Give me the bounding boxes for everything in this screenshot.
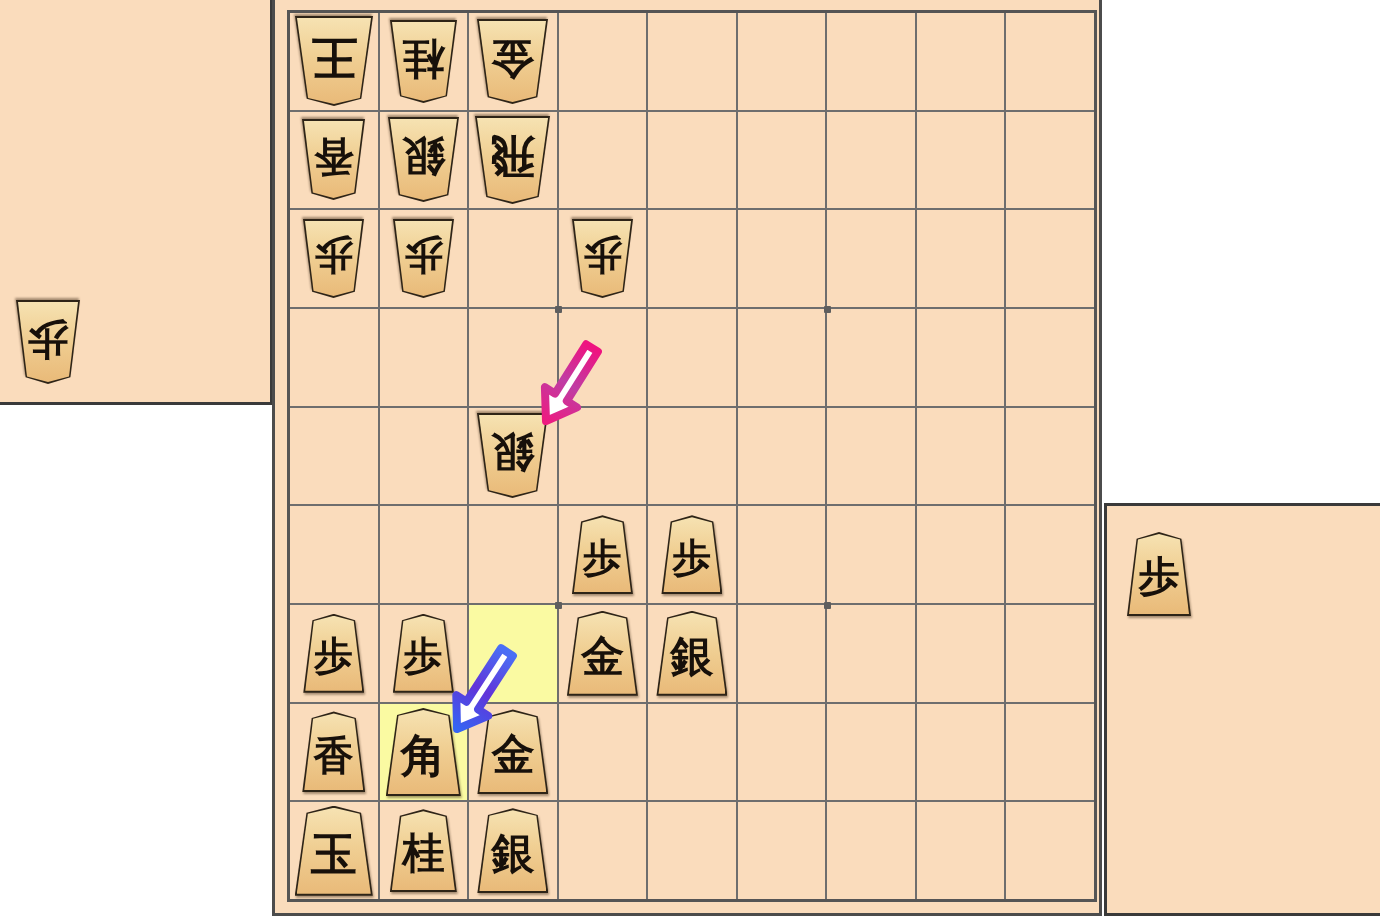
- square-4e[interactable]: [738, 408, 826, 505]
- square-7d[interactable]: [469, 309, 557, 406]
- piece-sente-pawn-5f[interactable]: 歩: [661, 515, 722, 594]
- square-1d[interactable]: [1006, 309, 1094, 406]
- square-8b[interactable]: 銀: [380, 112, 468, 209]
- piece-face: 桂: [392, 811, 455, 890]
- square-3h[interactable]: [827, 704, 915, 801]
- square-7h[interactable]: 金: [469, 704, 557, 801]
- square-4i[interactable]: [738, 802, 826, 899]
- piece-kanji: 歩: [583, 237, 622, 281]
- piece-kanji: 銀: [491, 431, 534, 480]
- piece-sente-pawn-9g[interactable]: 歩: [303, 614, 364, 693]
- piece-sente-gold-6g[interactable]: 金: [567, 611, 638, 696]
- piece-kanji: 金: [491, 727, 534, 776]
- piece-kanji: 角: [401, 726, 446, 777]
- square-1i[interactable]: [1006, 802, 1094, 899]
- piece-face: 歩: [1129, 534, 1189, 614]
- piece-face: 銀: [479, 810, 546, 891]
- piece-sente-gold-7h[interactable]: 金: [477, 709, 548, 794]
- square-2b[interactable]: [917, 112, 1005, 209]
- square-5f[interactable]: 歩: [648, 506, 736, 603]
- gote-hand-tray: 歩: [0, 0, 273, 405]
- square-3d[interactable]: [827, 309, 915, 406]
- piece-face: 歩: [395, 616, 452, 691]
- piece-face: 銀: [479, 415, 546, 496]
- square-2d[interactable]: [917, 309, 1005, 406]
- square-3a[interactable]: [827, 13, 915, 110]
- piece-face: 桂: [392, 22, 455, 101]
- piece-face: 王: [297, 18, 371, 104]
- hoshi-dot-3: [555, 602, 562, 609]
- piece-face: 玉: [297, 808, 371, 894]
- piece-gote-gold-7a[interactable]: 金: [477, 19, 548, 104]
- square-9d[interactable]: [290, 309, 378, 406]
- piece-face: 金: [479, 21, 546, 102]
- piece-kanji: 銀: [670, 629, 713, 678]
- square-2f[interactable]: [917, 506, 1005, 603]
- square-6b[interactable]: [559, 112, 647, 209]
- piece-gote-pawn-9c[interactable]: 歩: [303, 219, 364, 298]
- piece-gote-lance-9b[interactable]: 香: [302, 119, 365, 200]
- square-5g[interactable]: 銀: [648, 605, 736, 702]
- piece-face: 金: [479, 711, 546, 792]
- piece-sente-knight-8i[interactable]: 桂: [390, 809, 457, 892]
- square-1f[interactable]: [1006, 506, 1094, 603]
- piece-gote-king-9a[interactable]: 王: [295, 16, 373, 106]
- square-7i[interactable]: 銀: [469, 802, 557, 899]
- piece-face: 歩: [18, 302, 78, 382]
- piece-face: 香: [304, 121, 363, 198]
- piece-gote-pawn-8c[interactable]: 歩: [393, 219, 454, 298]
- piece-gote-knight-8a[interactable]: 桂: [390, 20, 457, 103]
- piece-kanji: 飛: [490, 134, 535, 185]
- piece-sente-silver-7i[interactable]: 銀: [477, 808, 548, 893]
- square-6e[interactable]: [559, 408, 647, 505]
- square-4f[interactable]: [738, 506, 826, 603]
- square-6c[interactable]: 歩: [559, 210, 647, 307]
- square-8a[interactable]: 桂: [380, 13, 468, 110]
- square-7b[interactable]: 飛: [469, 112, 557, 209]
- shogi-board-grid: 王桂金香銀飛歩歩歩銀歩歩歩歩金銀香角金玉桂銀: [287, 10, 1097, 902]
- shogi-board: 王桂金香銀飛歩歩歩銀歩歩歩歩金銀香角金玉桂銀: [272, 0, 1102, 916]
- piece-gote-rook-7b[interactable]: 飛: [475, 116, 550, 204]
- square-6f[interactable]: 歩: [559, 506, 647, 603]
- piece-kanji: 歩: [314, 631, 353, 675]
- piece-gote-silver-8b[interactable]: 銀: [388, 117, 459, 202]
- square-8i[interactable]: 桂: [380, 802, 468, 899]
- piece-face: 歩: [395, 221, 452, 296]
- piece-kanji: 歩: [404, 631, 443, 675]
- piece-sente-pawn-in-hand[interactable]: 歩: [1127, 532, 1191, 616]
- square-1c[interactable]: [1006, 210, 1094, 307]
- piece-gote-pawn-6c[interactable]: 歩: [572, 219, 633, 298]
- square-2c[interactable]: [917, 210, 1005, 307]
- piece-kanji: 銀: [491, 826, 534, 875]
- piece-kanji: 金: [581, 629, 624, 678]
- piece-sente-pawn-8g[interactable]: 歩: [393, 614, 454, 693]
- square-9b[interactable]: 香: [290, 112, 378, 209]
- square-9h[interactable]: 香: [290, 704, 378, 801]
- square-5a[interactable]: [648, 13, 736, 110]
- piece-kanji: 銀: [402, 135, 445, 184]
- square-9a[interactable]: 王: [290, 13, 378, 110]
- piece-face: 歩: [305, 221, 362, 296]
- square-6h[interactable]: [559, 704, 647, 801]
- piece-kanji: 歩: [314, 237, 353, 281]
- piece-gote-silver-7e[interactable]: 銀: [477, 413, 548, 498]
- square-6d[interactable]: [559, 309, 647, 406]
- piece-sente-bishop-8h[interactable]: 角: [386, 708, 461, 796]
- square-8f[interactable]: [380, 506, 468, 603]
- square-3c[interactable]: [827, 210, 915, 307]
- hoshi-dot-1: [555, 306, 562, 313]
- square-9c[interactable]: 歩: [290, 210, 378, 307]
- square-8d[interactable]: [380, 309, 468, 406]
- piece-kanji: 歩: [583, 533, 622, 577]
- square-5e[interactable]: [648, 408, 736, 505]
- square-2h[interactable]: [917, 704, 1005, 801]
- square-9i[interactable]: 玉: [290, 802, 378, 899]
- piece-face: 歩: [663, 517, 720, 592]
- piece-kanji: 歩: [28, 319, 69, 365]
- piece-kanji: 金: [491, 37, 534, 86]
- square-3e[interactable]: [827, 408, 915, 505]
- square-4g[interactable]: [738, 605, 826, 702]
- square-1a[interactable]: [1006, 13, 1094, 110]
- square-4c[interactable]: [738, 210, 826, 307]
- square-5d[interactable]: [648, 309, 736, 406]
- square-3g[interactable]: [827, 605, 915, 702]
- square-6g[interactable]: 金: [559, 605, 647, 702]
- square-2i[interactable]: [917, 802, 1005, 899]
- square-6a[interactable]: [559, 13, 647, 110]
- piece-sente-pawn-6f[interactable]: 歩: [572, 515, 633, 594]
- square-5b[interactable]: [648, 112, 736, 209]
- piece-kanji: 香: [314, 137, 354, 182]
- square-7e[interactable]: 銀: [469, 408, 557, 505]
- square-9g[interactable]: 歩: [290, 605, 378, 702]
- square-3f[interactable]: [827, 506, 915, 603]
- square-6i[interactable]: [559, 802, 647, 899]
- square-4a[interactable]: [738, 13, 826, 110]
- piece-kanji: 王: [311, 35, 357, 88]
- piece-face: 飛: [477, 118, 548, 202]
- piece-face: 銀: [390, 119, 457, 200]
- square-2a[interactable]: [917, 13, 1005, 110]
- square-7c[interactable]: [469, 210, 557, 307]
- piece-kanji: 歩: [672, 533, 711, 577]
- square-2e[interactable]: [917, 408, 1005, 505]
- square-8e[interactable]: [380, 408, 468, 505]
- square-1e[interactable]: [1006, 408, 1094, 505]
- hoshi-dot-2: [824, 306, 831, 313]
- square-1g[interactable]: [1006, 605, 1094, 702]
- piece-kanji: 桂: [402, 38, 444, 86]
- piece-face: 金: [569, 613, 636, 694]
- square-8c[interactable]: 歩: [380, 210, 468, 307]
- piece-kanji: 歩: [1139, 551, 1180, 597]
- square-8h[interactable]: 角: [380, 704, 468, 801]
- square-4d[interactable]: [738, 309, 826, 406]
- piece-sente-king-9i[interactable]: 玉: [295, 806, 373, 896]
- piece-kanji: 桂: [402, 827, 444, 875]
- piece-kanji: 香: [314, 729, 354, 774]
- piece-gote-pawn-in-hand[interactable]: 歩: [16, 300, 80, 384]
- piece-face: 歩: [574, 517, 631, 592]
- piece-face: 銀: [658, 613, 725, 694]
- sente-hand-tray: 歩: [1104, 503, 1380, 916]
- shogi-app: 歩 王桂金香銀飛歩歩歩銀歩歩歩歩金銀香角金玉桂銀 歩: [0, 0, 1380, 916]
- hoshi-dot-4: [824, 602, 831, 609]
- square-9e[interactable]: [290, 408, 378, 505]
- square-1b[interactable]: [1006, 112, 1094, 209]
- square-4b[interactable]: [738, 112, 826, 209]
- square-9f[interactable]: [290, 506, 378, 603]
- piece-sente-lance-9h[interactable]: 香: [302, 711, 365, 792]
- square-2g[interactable]: [917, 605, 1005, 702]
- square-5i[interactable]: [648, 802, 736, 899]
- square-8g[interactable]: 歩: [380, 605, 468, 702]
- square-7g[interactable]: [469, 605, 557, 702]
- piece-kanji: 歩: [404, 237, 443, 281]
- square-5h[interactable]: [648, 704, 736, 801]
- square-3b[interactable]: [827, 112, 915, 209]
- piece-face: 歩: [574, 221, 631, 296]
- piece-face: 香: [304, 713, 363, 790]
- piece-sente-silver-5g[interactable]: 銀: [656, 611, 727, 696]
- square-7a[interactable]: 金: [469, 13, 557, 110]
- piece-kanji: 玉: [311, 824, 357, 877]
- square-5c[interactable]: [648, 210, 736, 307]
- square-4h[interactable]: [738, 704, 826, 801]
- piece-face: 角: [388, 710, 459, 794]
- square-3i[interactable]: [827, 802, 915, 899]
- square-1h[interactable]: [1006, 704, 1094, 801]
- square-7f[interactable]: [469, 506, 557, 603]
- piece-face: 歩: [305, 616, 362, 691]
